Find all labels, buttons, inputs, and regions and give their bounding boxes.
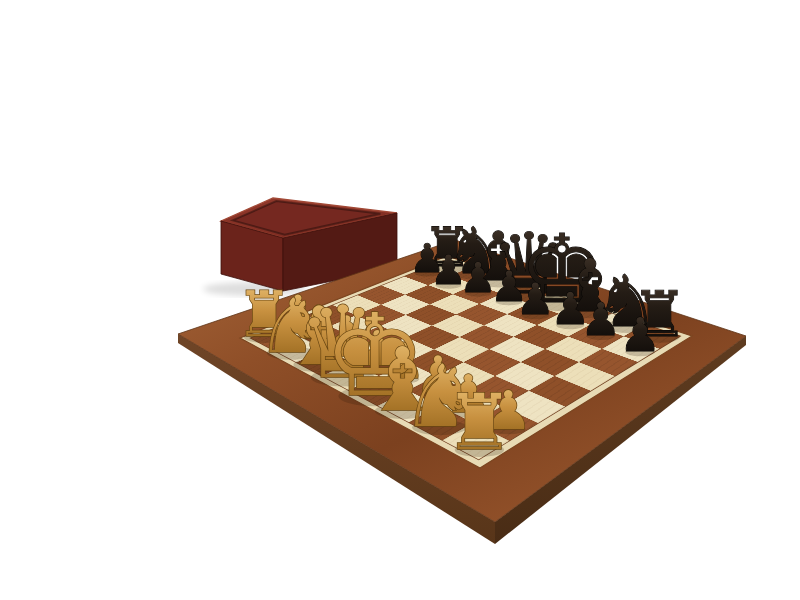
chess-board	[251, 259, 680, 459]
box-right-face	[283, 213, 397, 291]
storage-box	[203, 198, 397, 296]
box-shadow	[203, 282, 307, 296]
box-left-face	[221, 221, 283, 291]
chess-set-photo: ♜♟♞♝♟♟♛♟♚♝♟♟♞♟♟♜♜♟♟♟♞♝♟♛♟♟♚♝♟♞♟♜	[40, 16, 800, 600]
box-lid-rim	[221, 198, 397, 238]
box-lid-recess	[233, 201, 381, 235]
